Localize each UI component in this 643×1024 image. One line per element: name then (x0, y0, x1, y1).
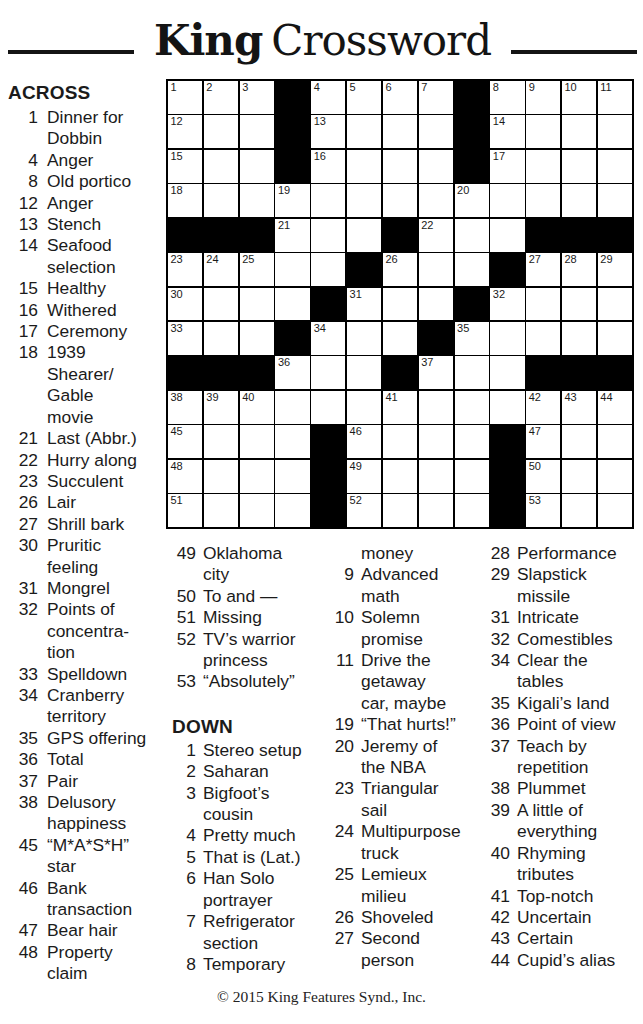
clue-number: 37 (8, 771, 47, 792)
white-cell[interactable] (347, 115, 381, 148)
white-cell[interactable]: 47 (526, 425, 560, 458)
white-cell[interactable] (204, 184, 238, 217)
white-cell[interactable] (562, 288, 596, 321)
white-cell[interactable]: 53 (526, 494, 560, 527)
white-cell[interactable] (562, 115, 596, 148)
clue-text: Multipurpose truck (361, 821, 461, 864)
clue-number: 24 (330, 821, 361, 864)
white-cell[interactable] (204, 460, 238, 493)
white-cell[interactable] (526, 150, 560, 183)
clue-number: 30 (8, 535, 47, 578)
white-cell[interactable] (275, 460, 309, 493)
white-cell[interactable]: 49 (347, 460, 381, 493)
white-cell[interactable]: 16 (311, 150, 345, 183)
clue-number: 44 (486, 950, 517, 971)
white-cell[interactable] (526, 288, 560, 321)
clue-item: 17Ceremony (8, 321, 166, 342)
clue-text: Point of view (517, 714, 616, 735)
white-cell[interactable] (455, 253, 489, 286)
cell-number: 22 (421, 219, 433, 232)
white-cell[interactable] (275, 494, 309, 527)
clue-number: 53 (172, 671, 203, 692)
white-cell[interactable]: 51 (168, 494, 202, 527)
white-cell[interactable]: 10 (562, 81, 596, 114)
clue-item: 23Succulent (8, 471, 166, 492)
cell-number: 36 (278, 356, 290, 369)
clue-item: 8Old portico (8, 171, 166, 192)
white-cell[interactable]: 46 (347, 425, 381, 458)
white-cell[interactable] (240, 288, 274, 321)
white-cell[interactable] (311, 184, 345, 217)
white-cell[interactable]: 9 (526, 81, 560, 114)
down-clue-list-1: 1Stereo setup2Saharan3Bigfoot’s cousin4P… (172, 740, 324, 975)
white-cell[interactable]: 22 (419, 219, 453, 252)
clue-number: 16 (8, 300, 47, 321)
cell-number: 33 (171, 322, 183, 335)
white-cell[interactable] (455, 391, 489, 424)
clue-number: 4 (8, 150, 47, 171)
clue-text: Bear hair (47, 920, 118, 941)
clue-number: 1 (8, 107, 47, 150)
title-rule-left (8, 50, 134, 54)
cell-number: 5 (350, 81, 356, 94)
white-cell[interactable]: 11 (598, 81, 632, 114)
white-cell[interactable] (419, 425, 453, 458)
white-cell[interactable] (598, 288, 632, 321)
white-cell[interactable]: 23 (168, 253, 202, 286)
cell-number: 4 (314, 81, 320, 94)
white-cell[interactable]: 14 (490, 115, 524, 148)
white-cell[interactable] (419, 460, 453, 493)
clue-text: Spelldown (47, 664, 127, 685)
black-cell (526, 356, 560, 389)
cell-number: 24 (206, 253, 218, 266)
white-cell[interactable] (347, 150, 381, 183)
clue-item: 43Certain (486, 928, 643, 949)
clue-number: 41 (486, 886, 517, 907)
white-cell[interactable] (419, 150, 453, 183)
clue-item: 14Seafood selection (8, 235, 166, 278)
clue-number: 40 (486, 843, 517, 886)
cell-number: 48 (171, 460, 183, 473)
clue-text: Oklahoma city (203, 543, 282, 586)
clue-text: Rhyming tributes (517, 843, 586, 886)
cell-number: 31 (350, 288, 362, 301)
white-cell[interactable]: 4 (311, 81, 345, 114)
clue-item: 8Temporary (172, 954, 324, 975)
white-cell[interactable] (419, 184, 453, 217)
black-cell (490, 425, 524, 458)
clue-item: 49Oklahoma city (172, 543, 324, 586)
white-cell[interactable] (598, 150, 632, 183)
white-cell[interactable] (455, 356, 489, 389)
cell-number: 41 (385, 391, 397, 404)
black-cell (311, 460, 345, 493)
white-cell[interactable] (383, 322, 417, 355)
across-heading: ACROSS (8, 82, 166, 104)
clue-text: Han Solo portrayer (203, 868, 275, 911)
white-cell[interactable] (383, 425, 417, 458)
white-cell[interactable] (526, 115, 560, 148)
clue-item: 27Shrill bark (8, 514, 166, 535)
clue-item: 4Anger (8, 150, 166, 171)
clue-item: 13Stench (8, 214, 166, 235)
white-cell[interactable] (204, 425, 238, 458)
white-cell[interactable] (240, 494, 274, 527)
black-cell (275, 322, 309, 355)
clue-text: To and — (203, 586, 277, 607)
clue-number: 4 (172, 825, 203, 846)
white-cell[interactable]: 44 (598, 391, 632, 424)
clue-number: 47 (8, 920, 47, 941)
white-cell[interactable]: 39 (204, 391, 238, 424)
white-cell[interactable] (455, 460, 489, 493)
clue-text: Saharan (203, 761, 269, 782)
clue-number: 8 (172, 954, 203, 975)
cell-number: 52 (350, 494, 362, 507)
white-cell[interactable]: 35 (455, 322, 489, 355)
clue-item: 20Jeremy of the NBA (330, 736, 482, 779)
clue-item: 22Hurry along (8, 450, 166, 471)
white-cell[interactable]: 45 (168, 425, 202, 458)
white-cell[interactable] (562, 150, 596, 183)
white-cell[interactable]: 48 (168, 460, 202, 493)
clue-number: 42 (486, 907, 517, 928)
white-cell[interactable]: 28 (562, 253, 596, 286)
clue-item: 15Healthy (8, 278, 166, 299)
white-cell[interactable] (455, 219, 489, 252)
black-cell (275, 81, 309, 114)
white-cell[interactable] (562, 425, 596, 458)
white-cell[interactable]: 36 (275, 356, 309, 389)
clue-text: Refrigerator section (203, 911, 295, 954)
white-cell[interactable] (240, 150, 274, 183)
white-cell[interactable] (204, 288, 238, 321)
clue-text: Dinner for Dobbin (47, 107, 123, 150)
clue-text: Stereo setup (203, 740, 302, 761)
black-cell (383, 356, 417, 389)
cell-number: 15 (171, 150, 183, 163)
white-cell[interactable]: 17 (490, 150, 524, 183)
clue-text: Certain (517, 928, 573, 949)
white-cell[interactable] (383, 115, 417, 148)
clue-number: 34 (8, 685, 47, 728)
white-cell[interactable]: 20 (455, 184, 489, 217)
clue-item: 25Lemieux milieu (330, 864, 482, 907)
white-cell[interactable]: 8 (490, 81, 524, 114)
clue-number: 9 (330, 564, 361, 607)
clue-number: 37 (486, 736, 517, 779)
white-cell[interactable] (240, 460, 274, 493)
white-cell[interactable] (598, 460, 632, 493)
white-cell[interactable]: 6 (383, 81, 417, 114)
clue-item: 19“That hurts!” (330, 714, 482, 735)
clue-item: 37Teach by repetition (486, 736, 643, 779)
clue-text: Comestibles (517, 629, 613, 650)
clue-item: 10Solemn promise (330, 607, 482, 650)
black-cell (204, 356, 238, 389)
copyright: © 2015 King Features Synd., Inc. (0, 988, 643, 1006)
clue-item: 38Plummet (486, 778, 643, 799)
clue-number: 21 (8, 428, 47, 449)
white-cell[interactable]: 19 (275, 184, 309, 217)
white-cell[interactable] (598, 494, 632, 527)
clue-item: 36Point of view (486, 714, 643, 735)
clue-item: 34Clear the tables (486, 650, 643, 693)
cell-number: 50 (529, 460, 541, 473)
clue-item: 23Triangular sail (330, 778, 482, 821)
clue-item: 181939 Shearer/ Gable movie (8, 342, 166, 428)
white-cell[interactable] (347, 219, 381, 252)
white-cell[interactable] (383, 494, 417, 527)
cell-number: 1 (171, 81, 177, 94)
white-cell[interactable] (490, 356, 524, 389)
clue-text: Teach by repetition (517, 736, 589, 779)
clue-number: 50 (172, 586, 203, 607)
clue-text: Ceremony (47, 321, 127, 342)
white-cell[interactable] (383, 150, 417, 183)
white-cell[interactable] (490, 322, 524, 355)
white-cell[interactable]: 42 (526, 391, 560, 424)
clue-number: 39 (486, 800, 517, 843)
clue-text: Last (Abbr.) (47, 428, 137, 449)
white-cell[interactable] (204, 150, 238, 183)
cell-number: 53 (529, 494, 541, 507)
white-cell[interactable] (347, 356, 381, 389)
cell-number: 34 (314, 322, 326, 335)
white-cell[interactable]: 41 (383, 391, 417, 424)
white-cell[interactable]: 24 (204, 253, 238, 286)
clue-number: 13 (8, 214, 47, 235)
clue-text: Withered (47, 300, 117, 321)
clue-text: “M*A*S*H” star (47, 835, 129, 878)
clue-number: 28 (486, 543, 517, 564)
black-cell (419, 322, 453, 355)
clue-text: That is (Lat.) (203, 847, 301, 868)
white-cell[interactable] (455, 494, 489, 527)
white-cell[interactable] (419, 288, 453, 321)
white-cell[interactable] (419, 494, 453, 527)
white-cell[interactable]: 12 (168, 115, 202, 148)
white-cell[interactable] (311, 253, 345, 286)
clue-text: Temporary (203, 954, 285, 975)
black-cell (311, 494, 345, 527)
white-cell[interactable] (383, 288, 417, 321)
white-cell[interactable] (598, 184, 632, 217)
white-cell[interactable] (419, 391, 453, 424)
clue-text: Bank transaction (47, 878, 132, 921)
white-cell[interactable]: 38 (168, 391, 202, 424)
white-cell[interactable] (275, 253, 309, 286)
clue-text: Anger (47, 193, 93, 214)
cell-number: 2 (206, 81, 212, 94)
clue-number: 10 (330, 607, 361, 650)
clue-item: 12Anger (8, 193, 166, 214)
white-cell[interactable] (490, 184, 524, 217)
cell-number: 49 (350, 460, 362, 473)
white-cell[interactable] (275, 425, 309, 458)
clue-text: Uncertain (517, 907, 591, 928)
white-cell[interactable]: 5 (347, 81, 381, 114)
white-cell[interactable] (204, 322, 238, 355)
white-cell[interactable] (526, 322, 560, 355)
across-clue-list: 1Dinner for Dobbin4Anger8Old portico12An… (8, 107, 166, 985)
white-cell[interactable] (490, 219, 524, 252)
white-cell[interactable]: 33 (168, 322, 202, 355)
across-clues-column: ACROSS 1Dinner for Dobbin4Anger8Old port… (8, 82, 166, 985)
clue-item: 39A little of everything (486, 800, 643, 843)
white-cell[interactable] (240, 115, 274, 148)
clue-number: 51 (172, 607, 203, 628)
white-cell[interactable]: 15 (168, 150, 202, 183)
cell-number: 26 (385, 253, 397, 266)
clue-text: Stench (47, 214, 101, 235)
white-cell[interactable] (598, 322, 632, 355)
clue-number: 35 (8, 728, 47, 749)
cell-number: 12 (171, 115, 183, 128)
white-cell[interactable] (598, 115, 632, 148)
clue-item: 11Drive the getaway car, maybe (330, 650, 482, 714)
white-cell[interactable] (419, 115, 453, 148)
down-clue-list-2: money9Advanced math10Solemn promise11Dri… (330, 543, 482, 971)
clue-number: 31 (8, 578, 47, 599)
white-cell[interactable]: 27 (526, 253, 560, 286)
clue-number: 14 (8, 235, 47, 278)
white-cell[interactable]: 18 (168, 184, 202, 217)
white-cell[interactable]: 2 (204, 81, 238, 114)
white-cell[interactable]: 50 (526, 460, 560, 493)
clue-text: Succulent (47, 471, 123, 492)
cell-number: 43 (564, 391, 576, 404)
clue-number: 26 (8, 492, 47, 513)
white-cell[interactable]: 43 (562, 391, 596, 424)
clue-text: “Absolutely” (203, 671, 295, 692)
white-cell[interactable] (419, 253, 453, 286)
white-cell[interactable] (383, 460, 417, 493)
cell-number: 42 (529, 391, 541, 404)
black-cell (204, 219, 238, 252)
clue-number: 35 (486, 693, 517, 714)
white-cell[interactable] (204, 494, 238, 527)
clue-text: Healthy (47, 278, 106, 299)
white-cell[interactable] (204, 115, 238, 148)
across-overflow-list: 49Oklahoma city50To and —51Missing52TV’s… (172, 543, 324, 693)
black-cell (240, 356, 274, 389)
white-cell[interactable] (240, 184, 274, 217)
white-cell[interactable] (240, 322, 274, 355)
white-cell[interactable] (275, 288, 309, 321)
white-cell[interactable] (562, 322, 596, 355)
clue-number: 26 (330, 907, 361, 928)
white-cell[interactable]: 52 (347, 494, 381, 527)
clue-number (330, 543, 361, 564)
clue-item: 48Property claim (8, 942, 166, 985)
black-cell (455, 150, 489, 183)
clue-number: 32 (486, 629, 517, 650)
clue-number: 36 (8, 749, 47, 770)
white-cell[interactable]: 29 (598, 253, 632, 286)
clue-item: 28Performance (486, 543, 643, 564)
white-cell[interactable] (311, 219, 345, 252)
white-cell[interactable]: 26 (383, 253, 417, 286)
white-cell[interactable] (347, 391, 381, 424)
black-cell (240, 219, 274, 252)
white-cell[interactable]: 40 (240, 391, 274, 424)
white-cell[interactable] (383, 184, 417, 217)
clue-item: 41Top-notch (486, 886, 643, 907)
black-cell (562, 219, 596, 252)
white-cell[interactable] (347, 184, 381, 217)
white-cell[interactable]: 30 (168, 288, 202, 321)
white-cell[interactable]: 7 (419, 81, 453, 114)
white-cell[interactable] (311, 356, 345, 389)
bottom-column-3: 28Performance29Slapstick missile31Intric… (486, 543, 643, 971)
white-cell[interactable] (490, 391, 524, 424)
clue-item: 53“Absolutely” (172, 671, 324, 692)
cell-number: 18 (171, 184, 183, 197)
clue-item: 2Saharan (172, 761, 324, 782)
clue-item: 46Bank transaction (8, 878, 166, 921)
cell-number: 11 (600, 81, 611, 94)
cell-number: 6 (385, 81, 391, 94)
clue-item: 7Refrigerator section (172, 911, 324, 954)
clue-text: Anger (47, 150, 93, 171)
cell-number: 44 (600, 391, 612, 404)
white-cell[interactable] (562, 494, 596, 527)
cell-number: 17 (493, 150, 505, 163)
clue-text: Total (47, 749, 84, 770)
down-clue-list-3: 28Performance29Slapstick missile31Intric… (486, 543, 643, 971)
clue-text: Top-notch (517, 886, 593, 907)
black-cell (490, 253, 524, 286)
white-cell[interactable]: 37 (419, 356, 453, 389)
white-cell[interactable] (311, 391, 345, 424)
white-cell[interactable] (562, 460, 596, 493)
white-cell[interactable]: 21 (275, 219, 309, 252)
cell-number: 35 (457, 322, 469, 335)
clue-number: 7 (172, 911, 203, 954)
white-cell[interactable] (455, 425, 489, 458)
clue-text: Intricate (517, 607, 579, 628)
white-cell[interactable]: 34 (311, 322, 345, 355)
clue-number: 6 (172, 868, 203, 911)
clue-text: Slapstick missile (517, 564, 587, 607)
white-cell[interactable]: 1 (168, 81, 202, 114)
white-cell[interactable] (562, 184, 596, 217)
clue-item: 30Pruritic feeling (8, 535, 166, 578)
white-cell[interactable]: 31 (347, 288, 381, 321)
white-cell[interactable] (347, 322, 381, 355)
white-cell[interactable]: 3 (240, 81, 274, 114)
black-cell (275, 150, 309, 183)
cell-number: 16 (314, 150, 326, 163)
black-cell (598, 219, 632, 252)
white-cell[interactable] (240, 425, 274, 458)
clue-item: 35GPS offering (8, 728, 166, 749)
white-cell[interactable] (598, 425, 632, 458)
clue-number: 1 (172, 740, 203, 761)
white-cell[interactable]: 25 (240, 253, 274, 286)
clue-item: 37Pair (8, 771, 166, 792)
black-cell (168, 356, 202, 389)
white-cell[interactable]: 32 (490, 288, 524, 321)
white-cell[interactable] (275, 391, 309, 424)
clue-number: 52 (172, 629, 203, 672)
clue-item: 26Shoveled (330, 907, 482, 928)
white-cell[interactable] (526, 184, 560, 217)
white-cell[interactable]: 13 (311, 115, 345, 148)
clue-text: Clear the tables (517, 650, 588, 693)
